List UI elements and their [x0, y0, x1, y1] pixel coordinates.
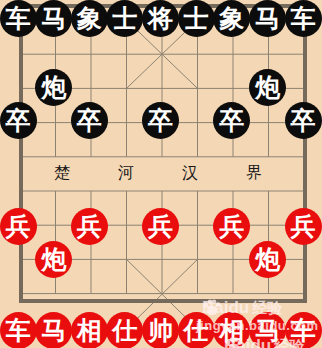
piece-red-cannon[interactable]: 炮 — [35, 241, 72, 278]
piece-black-chariot[interactable]: 车 — [0, 0, 37, 37]
piece-black-advisor[interactable]: 士 — [178, 0, 215, 37]
piece-red-advisor[interactable]: 仕 — [178, 312, 215, 348]
piece-black-general[interactable]: 将 — [142, 0, 179, 37]
piece-red-elephant[interactable]: 相 — [213, 312, 250, 348]
piece-black-horse[interactable]: 马 — [35, 0, 72, 37]
piece-red-soldier[interactable]: 兵 — [285, 208, 322, 245]
piece-black-elephant[interactable]: 象 — [71, 0, 108, 37]
piece-red-soldier[interactable]: 兵 — [142, 208, 179, 245]
piece-red-soldier[interactable]: 兵 — [213, 208, 250, 245]
piece-red-elephant[interactable]: 相 — [71, 312, 108, 348]
piece-red-horse[interactable]: 马 — [35, 312, 72, 348]
piece-black-horse[interactable]: 马 — [249, 0, 286, 37]
river-label-jie: 界 — [246, 164, 262, 182]
piece-black-advisor[interactable]: 士 — [106, 0, 143, 37]
piece-black-chariot[interactable]: 车 — [285, 0, 322, 37]
piece-red-cannon[interactable]: 炮 — [249, 241, 286, 278]
piece-red-advisor[interactable]: 仕 — [106, 312, 143, 348]
piece-red-horse[interactable]: 马 — [249, 312, 286, 348]
piece-red-chariot[interactable]: 车 — [0, 312, 37, 348]
piece-red-soldier[interactable]: 兵 — [71, 208, 108, 245]
piece-black-elephant[interactable]: 象 — [213, 0, 250, 37]
xiangqi-board[interactable]: 楚 河 汉 界 车马象士将士象马车炮炮卒卒卒卒卒兵兵兵兵兵炮炮车马相仕帅仕相马车… — [0, 0, 322, 348]
piece-black-soldier[interactable]: 卒 — [285, 102, 322, 139]
piece-black-soldier[interactable]: 卒 — [213, 102, 250, 139]
piece-black-cannon[interactable]: 炮 — [35, 69, 72, 106]
piece-black-soldier[interactable]: 卒 — [142, 102, 179, 139]
piece-red-general[interactable]: 帅 — [142, 312, 179, 348]
river-label-han: 汉 — [182, 164, 198, 182]
piece-red-chariot[interactable]: 车 — [285, 312, 322, 348]
river-label-chu: 楚 — [54, 164, 70, 182]
piece-black-soldier[interactable]: 卒 — [71, 102, 108, 139]
piece-black-soldier[interactable]: 卒 — [0, 102, 37, 139]
piece-red-soldier[interactable]: 兵 — [0, 208, 37, 245]
board-grid[interactable] — [0, 0, 322, 348]
piece-black-cannon[interactable]: 炮 — [249, 69, 286, 106]
river-label-he: 河 — [118, 164, 134, 182]
